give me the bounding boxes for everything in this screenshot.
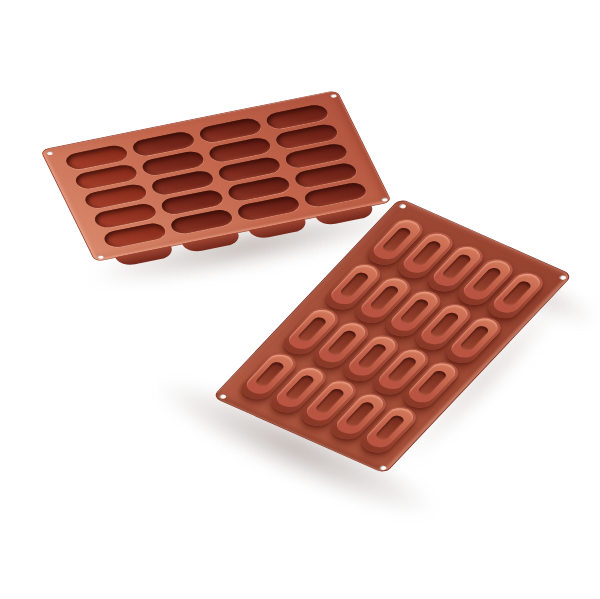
scene	[0, 0, 600, 599]
